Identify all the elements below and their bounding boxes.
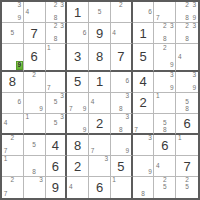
cell-r6c6[interactable]: 38 [111,114,133,136]
given-digit: 8 [74,139,81,152]
cell-r8c3[interactable]: 6 [46,156,68,177]
given-digit: 1 [96,75,103,88]
candidate-grid: 27 [2,135,23,155]
candidate-grid: 4 [24,2,45,22]
cell-r3c2[interactable]: 6 [24,44,46,72]
cell-r9c5[interactable]: 6 [89,177,111,198]
candidate-digit: 3 [124,114,131,121]
candidate-grid: 4 [111,23,131,43]
candidate-digit: 4 [24,9,31,16]
cell-r7c9[interactable]: 1 [176,135,198,156]
candidate-digit: 9 [191,85,198,92]
candidate-grid: 79 [67,93,88,113]
candidate-grid: 2389 [176,2,198,22]
cell-r2c1[interactable]: 5 [2,23,24,44]
candidate-grid: 35 [46,93,66,113]
cell-r6c5[interactable]: 2 [89,114,111,136]
cell-r4c3[interactable]: 7 [46,72,68,93]
cell-r3c1[interactable]: 9 [2,44,24,72]
given-digit: 1 [139,27,146,40]
cell-r7c1[interactable]: 27 [2,135,24,156]
cell-r8c8[interactable]: 4 [154,156,176,177]
candidate-digit: 4 [111,30,118,37]
candidate-digit: 4 [67,184,74,191]
cell-r1c7[interactable]: 6 [133,2,155,23]
candidate-digit: 2 [9,135,16,142]
cell-r9c3[interactable]: 9 [46,177,68,198]
given-digit: 6 [161,139,168,152]
cell-r1c2[interactable]: 4 [24,2,46,23]
candidate-grid: 38 [111,93,131,113]
cell-r1c4[interactable]: 1 [67,2,89,23]
cell-r7c4[interactable]: 8 [67,135,89,156]
candidate-grid: 4 [154,156,175,176]
cell-r5c2[interactable]: 9 [24,93,46,114]
cell-r3c9[interactable]: 4 [176,44,198,72]
candidate-digit: 2 [183,23,190,30]
cell-r9c7[interactable]: 8 [133,177,155,198]
candidate-digit: 3 [59,23,66,30]
candidate-digit: 8 [183,36,190,43]
given-digit: 6 [52,160,59,173]
cell-r4c7[interactable]: 4 [133,72,155,93]
cell-r5c3[interactable]: 35 [46,93,68,114]
candidate-grid: 7 [133,114,154,134]
cell-r9c4[interactable]: 4 [67,177,89,198]
given-digit: 6 [31,50,38,63]
candidate-grid: 7 [154,2,175,22]
candidate-grid: 39 [2,2,23,22]
candidate-digit: 1 [176,135,183,142]
candidate-digit: 7 [2,191,9,198]
cell-r1c3[interactable]: 238 [46,2,68,23]
cell-r7c5[interactable]: 7 [89,135,111,156]
cell-r3c7[interactable]: 5 [133,44,155,72]
cell-r6c3[interactable]: 35 [46,114,68,136]
cell-r1c6[interactable]: 2 [111,2,133,23]
candidate-digit: 8 [140,191,147,198]
given-digit: 5 [117,160,124,173]
cell-r2c2[interactable]: 7 [24,23,46,44]
candidate-grid: 39 [176,72,198,92]
candidate-grid: 4 [176,44,198,70]
candidate-digit: 9 [38,106,45,113]
candidate-digit: 9 [124,148,131,155]
candidate-digit: 8 [117,106,124,113]
candidate-grid: 1 [154,93,175,113]
given-digit: 8 [96,50,103,63]
cell-r8c4[interactable]: 2 [67,156,89,177]
candidate-digit: 9 [191,15,198,22]
candidate-digit: 5 [9,30,16,37]
candidate-digit: 6 [81,30,88,37]
candidate-grid: 5 [2,23,23,43]
candidate-digit: 8 [161,36,168,43]
candidate-grid: 29 [154,44,175,70]
candidate-digit: 8 [183,15,190,22]
candidate-grid: 2 [24,72,45,92]
given-digit: 7 [117,50,124,63]
cell-r1c1[interactable]: 39 [2,2,24,23]
cell-r6c9[interactable]: 6 [176,114,198,136]
candidate-grid: 8 [24,156,45,176]
given-digit: 4 [52,139,59,152]
cell-r4c1[interactable]: 8 [2,72,24,93]
candidate-grid: 1 [24,114,45,134]
cell-r3c8[interactable]: 29 [154,44,176,72]
candidate-digit: 3 [168,23,175,30]
candidate-digit: 3 [191,23,198,30]
candidate-grid: 238 [154,23,175,43]
candidate-grid: 3 [133,135,154,155]
candidate-digit: 8 [52,15,59,22]
given-digit: 1 [74,6,81,19]
cell-r6c4[interactable]: 9 [67,114,89,136]
candidate-grid: 58 [176,93,198,113]
candidate-digit: 7 [46,85,53,92]
cell-r9c8[interactable]: 25 [154,177,176,198]
candidate-grid: 9 [133,156,154,176]
cell-r5c6[interactable]: 38 [111,93,133,114]
candidate-digit: 2 [31,72,38,79]
cell-r2c3[interactable]: 238 [46,23,68,44]
candidate-grid: 4 [67,177,88,198]
candidate-grid: 1 [2,156,23,176]
cell-r6c1[interactable]: 4 [2,114,24,136]
candidate-grid: 1 [111,177,131,198]
given-digit: 6 [183,117,190,130]
candidate-digit: 1 [24,114,31,121]
candidate-digit: 2 [52,23,59,30]
cell-r2c9[interactable]: 238 [176,23,198,44]
candidate-grid: 35 [46,114,66,134]
candidate-digit: 2 [9,177,16,184]
cell-r5c5[interactable]: 4 [89,93,111,114]
cell-r3c4[interactable]: 3 [67,44,89,72]
cell-r3c5[interactable]: 8 [89,44,111,72]
candidate-digit: 8 [52,36,59,43]
cell-r7c6[interactable]: 9 [111,135,133,156]
candidate-digit: 9 [81,127,88,134]
candidate-digit: 3 [147,135,154,142]
candidate-digit: 5 [31,142,38,149]
candidate-digit: 3 [38,177,45,184]
cell-r3c6[interactable]: 7 [111,44,133,72]
candidate-digit: 6 [147,9,154,16]
highlighted-candidate: 9 [16,61,23,70]
candidate-digit: 9 [147,169,154,176]
candidate-digit: 3 [16,2,23,9]
candidate-digit: 8 [117,127,124,134]
cell-r6c8[interactable]: 58 [154,114,176,136]
candidate-digit: 3 [124,93,131,100]
cell-r9c9[interactable]: 25 [176,177,198,198]
cell-r8c6[interactable]: 5 [111,156,133,177]
cell-r8c2[interactable]: 8 [24,156,46,177]
sudoku-board: 3942381526723895723869412382389613875294… [0,0,200,200]
candidate-digit: 3 [191,2,198,9]
candidate-grid: 25 [154,177,175,198]
candidate-grid: 6 [133,2,154,22]
cell-r5c1[interactable]: 6 [2,93,24,114]
candidate-digit: 7 [154,15,161,22]
candidate-digit: 9 [168,85,175,92]
candidate-grid: 238 [46,2,66,22]
candidate-digit: 3 [59,114,66,121]
cell-r2c6[interactable]: 4 [111,23,133,44]
candidate-grid: 27 [2,177,23,198]
cell-r9c2[interactable]: 3 [24,177,46,198]
candidate-grid: 7 [46,72,66,92]
given-digit: 7 [183,160,190,173]
candidate-digit: 4 [154,163,161,170]
candidate-digit: 2 [117,2,124,9]
candidate-digit: 3 [59,2,66,9]
given-digit: 9 [52,181,59,194]
cell-r7c8[interactable]: 6 [154,135,176,156]
candidate-digit: 2 [52,2,59,9]
given-digit: 3 [74,50,81,63]
cell-r2c7[interactable]: 1 [133,23,155,44]
cell-r2c4[interactable]: 6 [67,23,89,44]
candidate-digit: 3 [191,72,198,79]
candidate-grid: 3 [89,156,110,176]
candidate-digit: 5 [52,99,59,106]
candidate-digit: 4 [2,120,9,127]
candidate-grid: 9 [2,44,23,70]
candidate-digit: 3 [103,156,110,163]
candidate-grid: 58 [154,114,175,134]
candidate-digit: 9 [168,61,175,70]
candidate-digit: 1 [2,156,9,163]
candidate-grid: 6 [67,23,88,43]
candidate-grid: 9 [24,93,45,113]
candidate-digit: 4 [89,99,96,106]
cell-r7c3[interactable]: 4 [46,135,68,156]
candidate-grid: 5 [24,135,45,155]
given-digit: 7 [31,27,38,40]
cell-r1c8[interactable]: 7 [154,2,176,23]
candidate-digit: 7 [133,127,140,134]
cell-r8c5[interactable]: 3 [89,156,111,177]
given-digit: 9 [96,27,103,40]
candidate-digit: 6 [16,99,23,106]
candidate-grid: 6 [111,72,131,92]
cell-r5c9[interactable]: 58 [176,93,198,114]
cell-r6c7[interactable]: 7 [133,114,155,136]
candidate-digit: 2 [161,44,168,53]
candidate-digit: 8 [31,169,38,176]
candidate-grid: 9 [111,135,131,155]
candidate-digit: 1 [111,177,118,184]
candidate-grid: 39 [154,72,175,92]
candidate-digit: 1 [46,44,53,53]
candidate-digit: 3 [168,72,175,79]
candidate-digit: 5 [52,120,59,127]
candidate-grid: 2 [111,2,131,22]
candidate-digit: 7 [89,148,96,155]
cell-r7c2[interactable]: 5 [24,135,46,156]
candidate-digit: 2 [183,2,190,9]
candidate-grid: 1 [46,44,66,70]
cell-r5c4[interactable]: 79 [67,93,89,114]
given-digit: 2 [74,160,81,173]
candidate-digit: 8 [161,127,168,134]
given-digit: 2 [139,96,146,109]
candidate-digit: 7 [67,106,74,113]
cell-r3c3[interactable]: 1 [46,44,68,72]
candidate-grid: 8 [133,177,154,198]
cell-r8c1[interactable]: 1 [2,156,24,177]
given-digit: 5 [139,50,146,63]
given-digit: 4 [139,75,146,88]
given-digit: 2 [96,117,103,130]
candidate-grid: 1 [176,135,198,155]
candidate-digit: 5 [161,184,168,191]
candidate-digit: 1 [154,93,161,100]
cell-r1c9[interactable]: 2389 [176,2,198,23]
candidate-grid: 9 [67,114,88,134]
candidate-grid: 5 [89,2,110,22]
candidate-digit: 7 [2,148,9,155]
cell-r7c7[interactable]: 3 [133,135,155,156]
candidate-grid: 25 [176,177,198,198]
cell-r2c8[interactable]: 238 [154,23,176,44]
cell-r9c6[interactable]: 1 [111,177,133,198]
cell-r1c5[interactable]: 5 [89,2,111,23]
cell-r4c6[interactable]: 6 [111,72,133,93]
cell-r8c7[interactable]: 9 [133,156,155,177]
given-digit: 5 [74,75,81,88]
cell-r4c5[interactable]: 1 [89,72,111,93]
cell-r2c5[interactable]: 9 [89,23,111,44]
candidate-grid: 4 [89,93,110,113]
candidate-grid: 3 [24,177,45,198]
candidate-grid: 7 [89,135,110,155]
cell-r4c8[interactable]: 39 [154,72,176,93]
candidate-digit: 4 [176,53,183,62]
candidate-grid: 6 [2,93,23,113]
cell-r4c4[interactable]: 5 [67,72,89,93]
candidate-grid: 4 [2,114,23,134]
candidate-digit: 8 [183,106,190,113]
cell-r4c9[interactable]: 39 [176,72,198,93]
candidate-digit: 9 [16,15,23,22]
candidate-digit: 9 [81,106,88,113]
candidate-digit: 5 [183,184,190,191]
candidate-digit: 5 [96,9,103,16]
cell-r8c9[interactable]: 7 [176,156,198,177]
cell-r5c7[interactable]: 2 [133,93,155,114]
given-digit: 8 [9,75,16,88]
candidate-digit: 2 [161,23,168,30]
cell-r6c2[interactable]: 1 [24,114,46,136]
candidate-grid: 238 [46,23,66,43]
given-digit: 6 [96,181,103,194]
candidate-grid: 38 [111,114,131,134]
candidate-grid: 238 [176,23,198,43]
candidate-digit: 6 [124,78,131,85]
candidate-digit: 3 [59,93,66,100]
cell-r5c8[interactable]: 1 [154,93,176,114]
cell-r4c2[interactable]: 2 [24,72,46,93]
cell-r9c1[interactable]: 27 [2,177,24,198]
